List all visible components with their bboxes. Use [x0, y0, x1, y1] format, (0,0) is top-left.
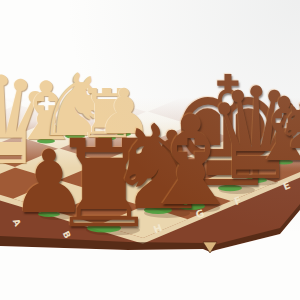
- dark-bishop: ♝: [135, 99, 246, 223]
- chess-set-photo: H G F E A B ♛ ♝ ♞ ♜ ♟ ♟ ♚ ♛ ♝ ♞ ♟ ♜ ♞: [0, 0, 300, 300]
- dark-knight-edge: ♞: [275, 96, 300, 158]
